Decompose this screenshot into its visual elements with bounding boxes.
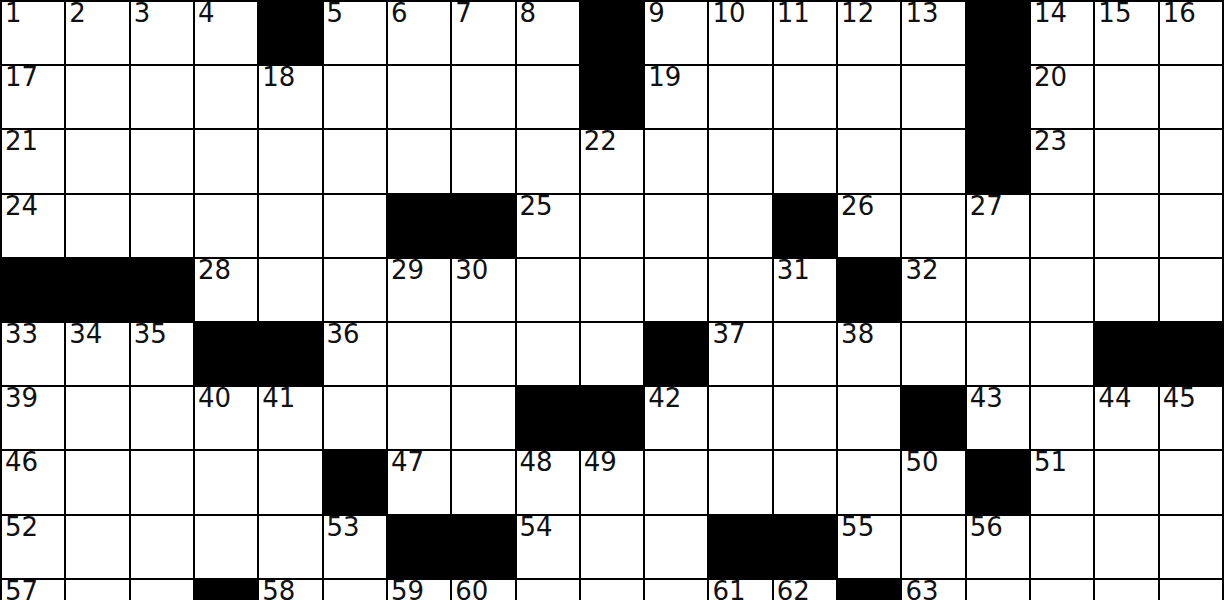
white-cell[interactable] [709,387,771,449]
black-cell [709,516,771,578]
white-cell[interactable] [1031,323,1093,385]
black-cell [131,259,193,321]
white-cell[interactable] [66,130,128,192]
white-cell[interactable] [131,516,193,578]
white-cell[interactable]: 39 [2,387,64,449]
white-cell[interactable] [131,130,193,192]
white-cell[interactable] [259,516,321,578]
white-cell[interactable]: 44 [1095,387,1157,449]
clue-number: 7 [455,0,472,27]
white-cell[interactable] [1160,451,1222,513]
white-cell[interactable]: 51 [1031,451,1093,513]
white-cell[interactable] [517,580,579,600]
black-cell [967,66,1029,128]
clue-number: 10 [712,0,745,27]
clue-number: 20 [1034,64,1067,91]
white-cell[interactable] [967,259,1029,321]
white-cell[interactable]: 20 [1031,66,1093,128]
white-cell[interactable]: 16 [1160,2,1222,64]
clue-number: 22 [584,128,617,155]
white-cell[interactable]: 42 [645,387,707,449]
white-cell[interactable] [66,451,128,513]
white-cell[interactable]: 63 [902,580,964,600]
white-cell[interactable] [195,66,257,128]
black-cell [259,323,321,385]
white-cell[interactable]: 12 [838,2,900,64]
clue-number: 33 [5,321,38,348]
black-cell [1095,323,1157,385]
white-cell[interactable]: 31 [774,259,836,321]
clue-number: 41 [262,385,295,412]
clue-number: 43 [970,385,1003,412]
white-cell[interactable] [1160,516,1222,578]
black-cell [581,2,643,64]
white-cell[interactable] [324,66,386,128]
white-cell[interactable] [902,323,964,385]
clue-number: 35 [134,321,167,348]
clue-number: 27 [970,193,1003,220]
clue-number: 23 [1034,128,1067,155]
clue-number: 12 [841,0,874,27]
clue-number: 44 [1098,385,1131,412]
white-cell[interactable] [324,195,386,257]
white-cell[interactable]: 11 [774,2,836,64]
white-cell[interactable] [581,195,643,257]
clue-number: 1 [5,0,22,27]
white-cell[interactable]: 53 [324,516,386,578]
white-cell[interactable] [388,130,450,192]
white-cell[interactable] [324,259,386,321]
black-cell [195,580,257,600]
white-cell[interactable]: 43 [967,387,1029,449]
white-cell[interactable]: 36 [324,323,386,385]
clue-number: 51 [1034,449,1067,476]
white-cell[interactable] [902,195,964,257]
black-cell [452,516,514,578]
white-cell[interactable] [324,130,386,192]
white-cell[interactable] [131,66,193,128]
white-cell[interactable] [66,66,128,128]
white-cell[interactable] [66,580,128,600]
white-cell[interactable]: 33 [2,323,64,385]
white-cell[interactable]: 5 [324,2,386,64]
clue-number: 31 [777,257,810,284]
clue-number: 55 [841,514,874,541]
white-cell[interactable] [324,580,386,600]
clue-number: 15 [1098,0,1131,27]
white-cell[interactable]: 23 [1031,130,1093,192]
white-cell[interactable] [645,195,707,257]
white-cell[interactable]: 7 [452,2,514,64]
black-cell [259,2,321,64]
white-cell[interactable]: 3 [131,2,193,64]
white-cell[interactable]: 52 [2,516,64,578]
white-cell[interactable] [1160,66,1222,128]
white-cell[interactable]: 10 [709,2,771,64]
black-cell [1160,323,1222,385]
clue-number: 53 [327,514,360,541]
white-cell[interactable] [581,580,643,600]
white-cell[interactable] [259,451,321,513]
white-cell[interactable]: 30 [452,259,514,321]
white-cell[interactable] [452,323,514,385]
white-cell[interactable] [517,66,579,128]
white-cell[interactable] [709,451,771,513]
black-cell [324,451,386,513]
white-cell[interactable]: 32 [902,259,964,321]
black-cell [774,195,836,257]
white-cell[interactable] [66,516,128,578]
clue-number: 6 [391,0,408,27]
white-cell[interactable] [709,66,771,128]
white-cell[interactable]: 34 [66,323,128,385]
black-cell [195,323,257,385]
black-cell [967,451,1029,513]
white-cell[interactable]: 58 [259,580,321,600]
clue-number: 61 [712,578,745,600]
clue-number: 59 [391,578,424,600]
clue-number: 19 [648,64,681,91]
white-cell[interactable]: 2 [66,2,128,64]
black-cell [452,195,514,257]
crossword-screenshot: 1234567891011121314151617181920212223242… [0,0,1224,600]
white-cell[interactable] [774,323,836,385]
white-cell[interactable] [774,66,836,128]
white-cell[interactable]: 28 [195,259,257,321]
white-cell[interactable]: 50 [902,451,964,513]
white-cell[interactable] [1160,195,1222,257]
white-cell[interactable]: 15 [1095,2,1157,64]
white-cell[interactable]: 21 [2,130,64,192]
clue-number: 28 [198,257,231,284]
white-cell[interactable]: 24 [2,195,64,257]
white-cell[interactable] [131,195,193,257]
clue-number: 3 [134,0,151,27]
clue-number: 29 [391,257,424,284]
white-cell[interactable]: 62 [774,580,836,600]
white-cell[interactable]: 22 [581,130,643,192]
black-cell [66,259,128,321]
white-cell[interactable]: 27 [967,195,1029,257]
white-cell[interactable]: 26 [838,195,900,257]
clue-number: 50 [905,449,938,476]
white-cell[interactable] [645,516,707,578]
white-cell[interactable] [1160,259,1222,321]
clue-number: 2 [69,0,86,27]
clue-number: 30 [455,257,488,284]
white-cell[interactable] [645,451,707,513]
white-cell[interactable] [452,130,514,192]
clue-number: 39 [5,385,38,412]
white-cell[interactable] [1095,580,1157,600]
black-cell [388,516,450,578]
white-cell[interactable] [838,130,900,192]
clue-number: 60 [455,578,488,600]
white-cell[interactable] [581,259,643,321]
clue-number: 18 [262,64,295,91]
black-cell [838,259,900,321]
white-cell[interactable] [195,516,257,578]
white-cell[interactable] [1095,451,1157,513]
white-cell[interactable] [774,451,836,513]
white-cell[interactable] [1095,195,1157,257]
white-cell[interactable] [259,195,321,257]
clue-number: 49 [584,449,617,476]
white-cell[interactable] [517,323,579,385]
white-cell[interactable] [1031,195,1093,257]
clue-number: 48 [520,449,553,476]
white-cell[interactable] [838,66,900,128]
white-cell[interactable]: 4 [195,2,257,64]
black-cell [388,195,450,257]
white-cell[interactable]: 49 [581,451,643,513]
white-cell[interactable] [1095,259,1157,321]
clue-number: 26 [841,193,874,220]
white-cell[interactable]: 29 [388,259,450,321]
white-cell[interactable] [259,259,321,321]
clue-number: 25 [520,193,553,220]
clue-number: 56 [970,514,1003,541]
black-cell [645,323,707,385]
white-cell[interactable]: 19 [645,66,707,128]
black-cell [902,387,964,449]
clue-number: 17 [5,64,38,91]
white-cell[interactable] [324,387,386,449]
clue-number: 40 [198,385,231,412]
white-cell[interactable]: 9 [645,2,707,64]
white-cell[interactable]: 37 [709,323,771,385]
white-cell[interactable] [709,259,771,321]
white-cell[interactable] [195,451,257,513]
clue-number: 37 [712,321,745,348]
white-cell[interactable]: 57 [2,580,64,600]
black-cell [838,580,900,600]
white-cell[interactable] [967,323,1029,385]
white-cell[interactable] [902,66,964,128]
clue-number: 21 [5,128,38,155]
white-cell[interactable] [1031,387,1093,449]
white-cell[interactable] [66,387,128,449]
clue-number: 38 [841,321,874,348]
black-cell [967,2,1029,64]
white-cell[interactable] [259,130,321,192]
white-cell[interactable] [1095,130,1157,192]
white-cell[interactable] [452,66,514,128]
white-cell[interactable]: 13 [902,2,964,64]
white-cell[interactable]: 18 [259,66,321,128]
white-cell[interactable]: 55 [838,516,900,578]
white-cell[interactable] [1095,516,1157,578]
white-cell[interactable] [1160,130,1222,192]
clue-number: 13 [905,0,938,27]
white-cell[interactable]: 60 [452,580,514,600]
white-cell[interactable] [709,195,771,257]
white-cell[interactable] [1031,259,1093,321]
white-cell[interactable] [838,451,900,513]
white-cell[interactable] [581,323,643,385]
clue-number: 36 [327,321,360,348]
black-cell [2,259,64,321]
white-cell[interactable]: 48 [517,451,579,513]
clue-number: 52 [5,514,38,541]
clue-number: 16 [1163,0,1196,27]
black-cell [774,516,836,578]
white-cell[interactable] [517,259,579,321]
white-cell[interactable] [774,387,836,449]
clue-number: 32 [905,257,938,284]
clue-number: 24 [5,193,38,220]
white-cell[interactable] [902,516,964,578]
white-cell[interactable]: 35 [131,323,193,385]
white-cell[interactable] [581,516,643,578]
white-cell[interactable] [388,387,450,449]
white-cell[interactable] [131,387,193,449]
white-cell[interactable] [645,130,707,192]
clue-number: 57 [5,578,38,600]
white-cell[interactable] [66,195,128,257]
white-cell[interactable] [195,130,257,192]
black-cell [517,387,579,449]
clue-number: 42 [648,385,681,412]
clue-number: 63 [905,578,938,600]
crossword-board: 1234567891011121314151617181920212223242… [0,0,1224,600]
clue-number: 54 [520,514,553,541]
white-cell[interactable]: 45 [1160,387,1222,449]
clue-number: 58 [262,578,295,600]
white-cell[interactable]: 54 [517,516,579,578]
white-cell[interactable] [1095,66,1157,128]
white-cell[interactable] [452,387,514,449]
white-cell[interactable] [1031,516,1093,578]
white-cell[interactable] [131,580,193,600]
clue-number: 34 [69,321,102,348]
white-cell[interactable] [517,130,579,192]
clue-number: 11 [777,0,810,27]
white-cell[interactable]: 46 [2,451,64,513]
white-cell[interactable]: 41 [259,387,321,449]
white-cell[interactable] [967,580,1029,600]
white-cell[interactable]: 61 [709,580,771,600]
white-cell[interactable]: 25 [517,195,579,257]
black-cell [581,387,643,449]
white-cell[interactable] [1160,580,1222,600]
white-cell[interactable] [645,259,707,321]
clue-number: 14 [1034,0,1067,27]
black-cell [967,130,1029,192]
white-cell[interactable] [131,451,193,513]
white-cell[interactable] [645,580,707,600]
white-cell[interactable]: 8 [517,2,579,64]
white-cell[interactable] [452,451,514,513]
clue-number: 47 [391,449,424,476]
white-cell[interactable]: 1 [2,2,64,64]
clue-number: 62 [777,578,810,600]
white-cell[interactable]: 56 [967,516,1029,578]
white-cell[interactable]: 47 [388,451,450,513]
white-cell[interactable] [774,130,836,192]
clue-number: 45 [1163,385,1196,412]
white-cell[interactable]: 59 [388,580,450,600]
white-cell[interactable]: 38 [838,323,900,385]
white-cell[interactable]: 17 [2,66,64,128]
white-cell[interactable] [709,130,771,192]
black-cell [581,66,643,128]
white-cell[interactable] [195,195,257,257]
white-cell[interactable] [902,130,964,192]
white-cell[interactable] [388,66,450,128]
white-cell[interactable] [838,387,900,449]
white-cell[interactable] [1031,580,1093,600]
white-cell[interactable]: 40 [195,387,257,449]
white-cell[interactable]: 14 [1031,2,1093,64]
clue-number: 9 [648,0,665,27]
clue-number: 5 [327,0,344,27]
white-cell[interactable]: 6 [388,2,450,64]
white-cell[interactable] [388,323,450,385]
clue-number: 8 [520,0,537,27]
clue-number: 46 [5,449,38,476]
clue-number: 4 [198,0,215,27]
